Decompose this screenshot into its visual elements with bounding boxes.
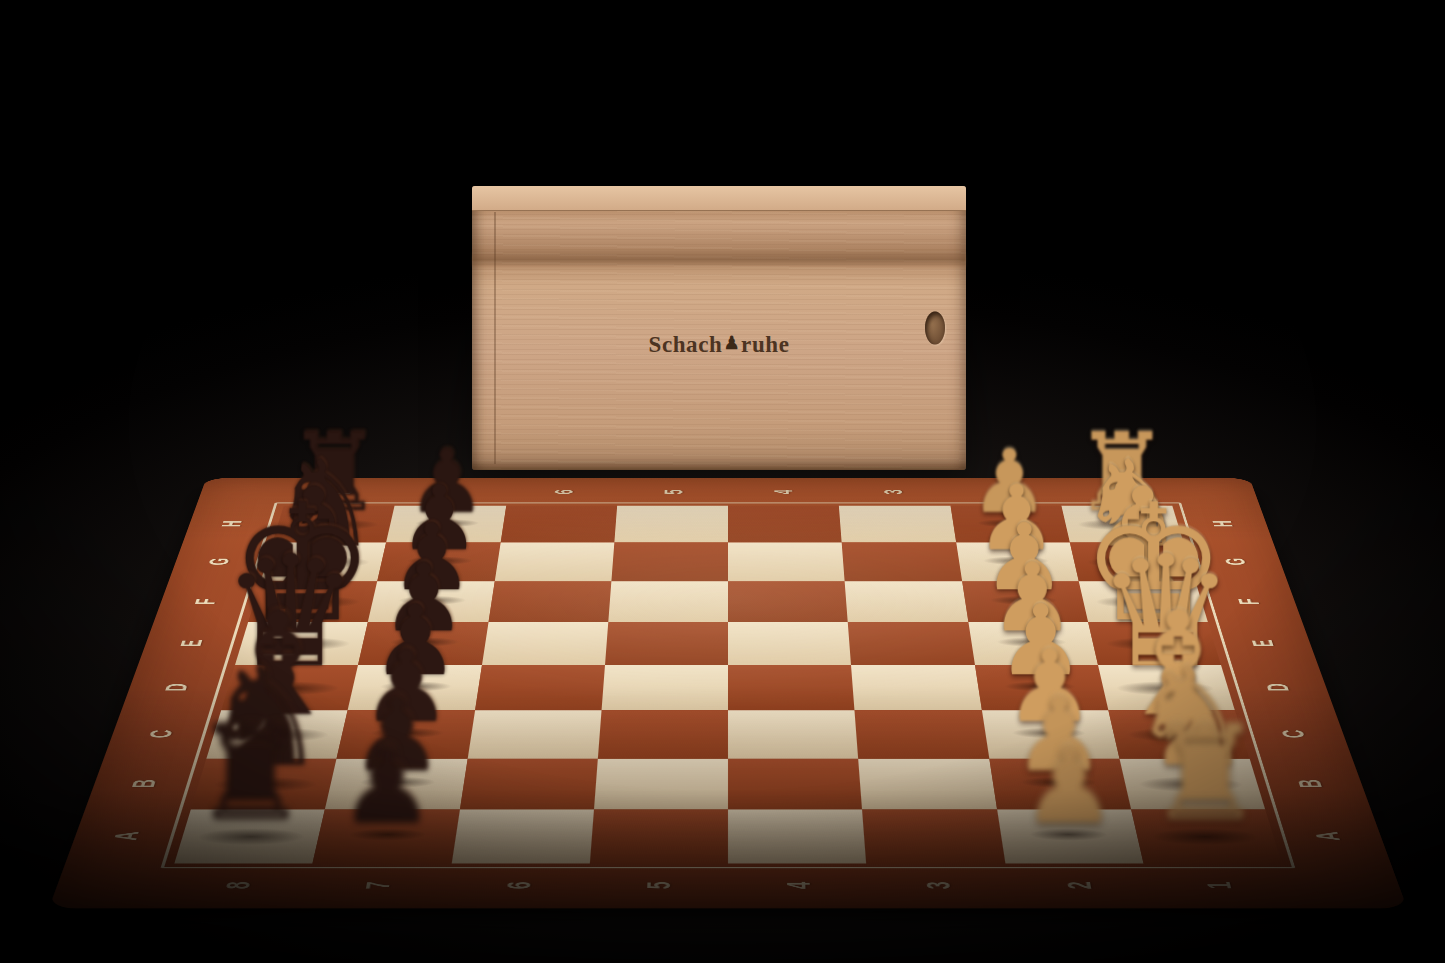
rank-label: 8 bbox=[307, 475, 379, 510]
white-rook-icon: ♜ bbox=[1147, 708, 1264, 839]
rank-label: 1 bbox=[1078, 475, 1150, 510]
board-frame: ♜♟♟♜♞♟♟♞♝♟♟♝♚♟♟♚♛♟♟♛♝♟♟♝♞♟♟♞♜♟♟♜ 8765432… bbox=[49, 478, 1407, 908]
black-rook-icon: ♜ bbox=[192, 708, 309, 839]
white-pawn-icon: ♟ bbox=[1022, 732, 1117, 838]
rank-label: 7 bbox=[418, 475, 487, 510]
rank-label: 4 bbox=[751, 475, 815, 510]
rank-label: 3 bbox=[860, 475, 927, 510]
rank-label: 2 bbox=[969, 475, 1038, 510]
rank-label: 5 bbox=[641, 475, 705, 510]
rank-label: 6 bbox=[529, 475, 596, 510]
black-pawn-icon: ♟ bbox=[339, 732, 434, 838]
scene: ♜♟♟♜♞♟♟♞♝♟♟♝♚♟♟♚♛♟♟♛♝♟♟♝♞♟♟♞♜♟♟♜ 8765432… bbox=[0, 0, 1445, 963]
chess-board: ♜♟♟♜♞♟♟♞♝♟♟♝♚♟♟♚♛♟♟♛♝♟♟♝♞♟♟♞♜♟♟♜ 8765432… bbox=[49, 478, 1407, 908]
